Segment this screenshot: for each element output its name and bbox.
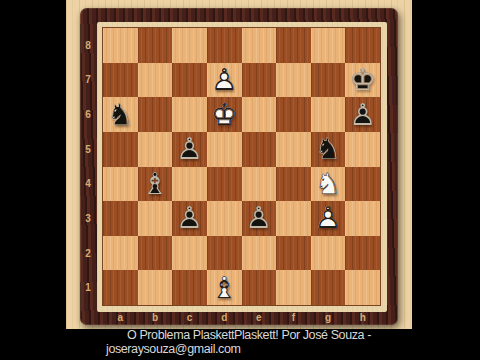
caption-line-2: joseraysouza@gmail.com [106,342,371,356]
piece-black-pawn-c5: ♟♙ [172,132,207,167]
piece-white-knight-g4: ♞♘ [311,167,346,202]
black-bishop-outline-icon: ♗ [138,167,173,202]
white-pawn-outline-icon: ♙ [311,201,346,236]
black-pawn-outline-icon: ♙ [172,132,207,167]
video-frame: ♟♙♚♔♞♘♚♔♟♙♟♙♞♘♝♗♞♘♟♙♟♙♟♙♝♗ 87654321 abcd… [0,0,480,360]
black-king-outline-icon: ♔ [345,63,380,98]
pieces-layer: ♟♙♚♔♞♘♚♔♟♙♟♙♞♘♝♗♞♘♟♙♟♙♟♙♝♗ [103,28,380,305]
piece-white-pawn-d7: ♟♙ [207,63,242,98]
black-knight-outline-icon: ♘ [311,132,346,167]
piece-black-pawn-c3: ♟♙ [172,201,207,236]
black-pawn-outline-icon: ♙ [172,201,207,236]
piece-black-king-h7: ♚♔ [345,63,380,98]
caption-line-1: O Problema PlaskettPlaskett! Por José So… [127,328,371,342]
piece-black-pawn-e3: ♟♙ [242,201,277,236]
white-knight-outline-icon: ♘ [311,167,346,202]
piece-black-pawn-h6: ♟♙ [345,97,380,132]
black-pawn-outline-icon: ♙ [242,201,277,236]
piece-white-king-d6: ♚♔ [207,97,242,132]
black-pawn-outline-icon: ♙ [345,97,380,132]
piece-black-bishop-b4: ♝♗ [138,167,173,202]
white-king-outline-icon: ♔ [207,97,242,132]
piece-black-knight-a6: ♞♘ [103,97,138,132]
caption: O Problema PlaskettPlaskett! Por José So… [106,328,371,356]
piece-white-pawn-g3: ♟♙ [311,201,346,236]
white-pawn-outline-icon: ♙ [207,63,242,98]
piece-white-bishop-d1: ♝♗ [207,270,242,305]
white-bishop-outline-icon: ♗ [207,270,242,305]
black-knight-outline-icon: ♘ [103,97,138,132]
piece-black-knight-g5: ♞♘ [311,132,346,167]
